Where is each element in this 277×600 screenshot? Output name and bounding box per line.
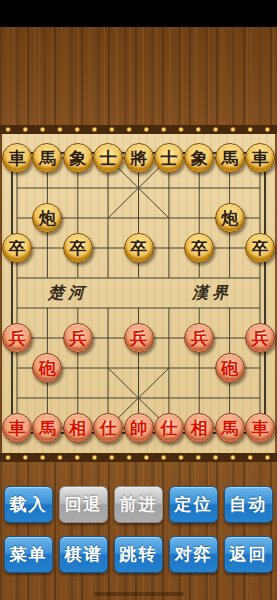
board-grid — [2, 134, 275, 453]
piece-character: 兵 — [9, 330, 26, 347]
piece-black-advisor[interactable]: 士 — [154, 143, 184, 173]
piece-black-advisor[interactable]: 士 — [93, 143, 123, 173]
piece-character: 車 — [9, 150, 26, 167]
piece-character: 帥 — [130, 420, 147, 437]
piece-red-horse[interactable]: 馬 — [215, 413, 245, 443]
board-surface[interactable]: 楚河 漢界 車馬象士將士象馬車炮炮卒卒卒卒卒兵兵兵兵兵砲砲車馬相仕帥仕相馬車 — [2, 134, 275, 453]
jump-button[interactable]: 跳转 — [114, 536, 163, 573]
piece-black-soldier[interactable]: 卒 — [2, 233, 32, 263]
river-label-left: 楚河 — [48, 283, 88, 304]
piece-black-chariot[interactable]: 車 — [245, 143, 275, 173]
piece-character: 兵 — [252, 330, 269, 347]
piece-red-soldier[interactable]: 兵 — [63, 323, 93, 353]
board-nail-strip-top — [0, 125, 277, 134]
piece-character: 士 — [160, 150, 177, 167]
piece-character: 車 — [9, 420, 26, 437]
back-button[interactable]: 返回 — [224, 536, 273, 573]
piece-character: 兵 — [191, 330, 208, 347]
piece-black-chariot[interactable]: 車 — [2, 143, 32, 173]
piece-character: 車 — [252, 420, 269, 437]
piece-red-soldier[interactable]: 兵 — [124, 323, 154, 353]
piece-character: 炮 — [39, 210, 56, 227]
piece-character: 卒 — [9, 240, 26, 257]
piece-character: 兵 — [69, 330, 86, 347]
locate-button[interactable]: 定位 — [169, 486, 218, 523]
control-row-1: 载入 回退 前进 定位 自动 — [0, 486, 277, 523]
home-gesture-bar[interactable] — [94, 592, 184, 596]
river-label-right: 漢界 — [192, 283, 232, 304]
piece-character: 相 — [69, 420, 86, 437]
piece-black-elephant[interactable]: 象 — [63, 143, 93, 173]
piece-character: 卒 — [191, 240, 208, 257]
piece-black-cannon[interactable]: 炮 — [215, 203, 245, 233]
play-button[interactable]: 对弈 — [169, 536, 218, 573]
piece-character: 仕 — [160, 420, 177, 437]
piece-character: 馬 — [39, 150, 56, 167]
piece-character: 馬 — [221, 150, 238, 167]
piece-character: 相 — [191, 420, 208, 437]
piece-black-horse[interactable]: 馬 — [215, 143, 245, 173]
forward-button[interactable]: 前进 — [114, 486, 163, 523]
piece-character: 仕 — [100, 420, 117, 437]
piece-character: 炮 — [221, 210, 238, 227]
piece-red-soldier[interactable]: 兵 — [245, 323, 275, 353]
status-bar — [0, 0, 277, 27]
menu-button[interactable]: 菜单 — [4, 536, 53, 573]
piece-red-soldier[interactable]: 兵 — [2, 323, 32, 353]
piece-black-soldier[interactable]: 卒 — [124, 233, 154, 263]
piece-character: 卒 — [130, 240, 147, 257]
control-row-2: 菜单 棋谱 跳转 对弈 返回 — [0, 536, 277, 573]
piece-character: 將 — [130, 150, 147, 167]
xiangqi-board[interactable]: 楚河 漢界 車馬象士將士象馬車炮炮卒卒卒卒卒兵兵兵兵兵砲砲車馬相仕帥仕相馬車 — [0, 125, 277, 462]
piece-black-soldier[interactable]: 卒 — [245, 233, 275, 263]
piece-red-advisor[interactable]: 仕 — [93, 413, 123, 443]
load-button[interactable]: 载入 — [4, 486, 53, 523]
piece-character: 馬 — [221, 420, 238, 437]
piece-red-general[interactable]: 帥 — [124, 413, 154, 443]
piece-character: 卒 — [69, 240, 86, 257]
piece-red-cannon[interactable]: 砲 — [215, 353, 245, 383]
piece-black-general[interactable]: 將 — [124, 143, 154, 173]
piece-character: 車 — [252, 150, 269, 167]
piece-red-elephant[interactable]: 相 — [63, 413, 93, 443]
auto-button[interactable]: 自动 — [224, 486, 273, 523]
piece-red-advisor[interactable]: 仕 — [154, 413, 184, 443]
piece-character: 兵 — [130, 330, 147, 347]
piece-black-soldier[interactable]: 卒 — [63, 233, 93, 263]
piece-character: 砲 — [39, 360, 56, 377]
undo-button[interactable]: 回退 — [59, 486, 108, 523]
piece-character: 士 — [100, 150, 117, 167]
xiangqi-app: 楚河 漢界 車馬象士將士象馬車炮炮卒卒卒卒卒兵兵兵兵兵砲砲車馬相仕帥仕相馬車 载… — [0, 0, 277, 600]
piece-red-chariot[interactable]: 車 — [245, 413, 275, 443]
piece-character: 砲 — [221, 360, 238, 377]
notation-button[interactable]: 棋谱 — [59, 536, 108, 573]
board-nail-strip-bottom — [0, 453, 277, 462]
piece-character: 象 — [191, 150, 208, 167]
piece-character: 象 — [69, 150, 86, 167]
piece-character: 馬 — [39, 420, 56, 437]
piece-character: 卒 — [252, 240, 269, 257]
piece-red-chariot[interactable]: 車 — [2, 413, 32, 443]
